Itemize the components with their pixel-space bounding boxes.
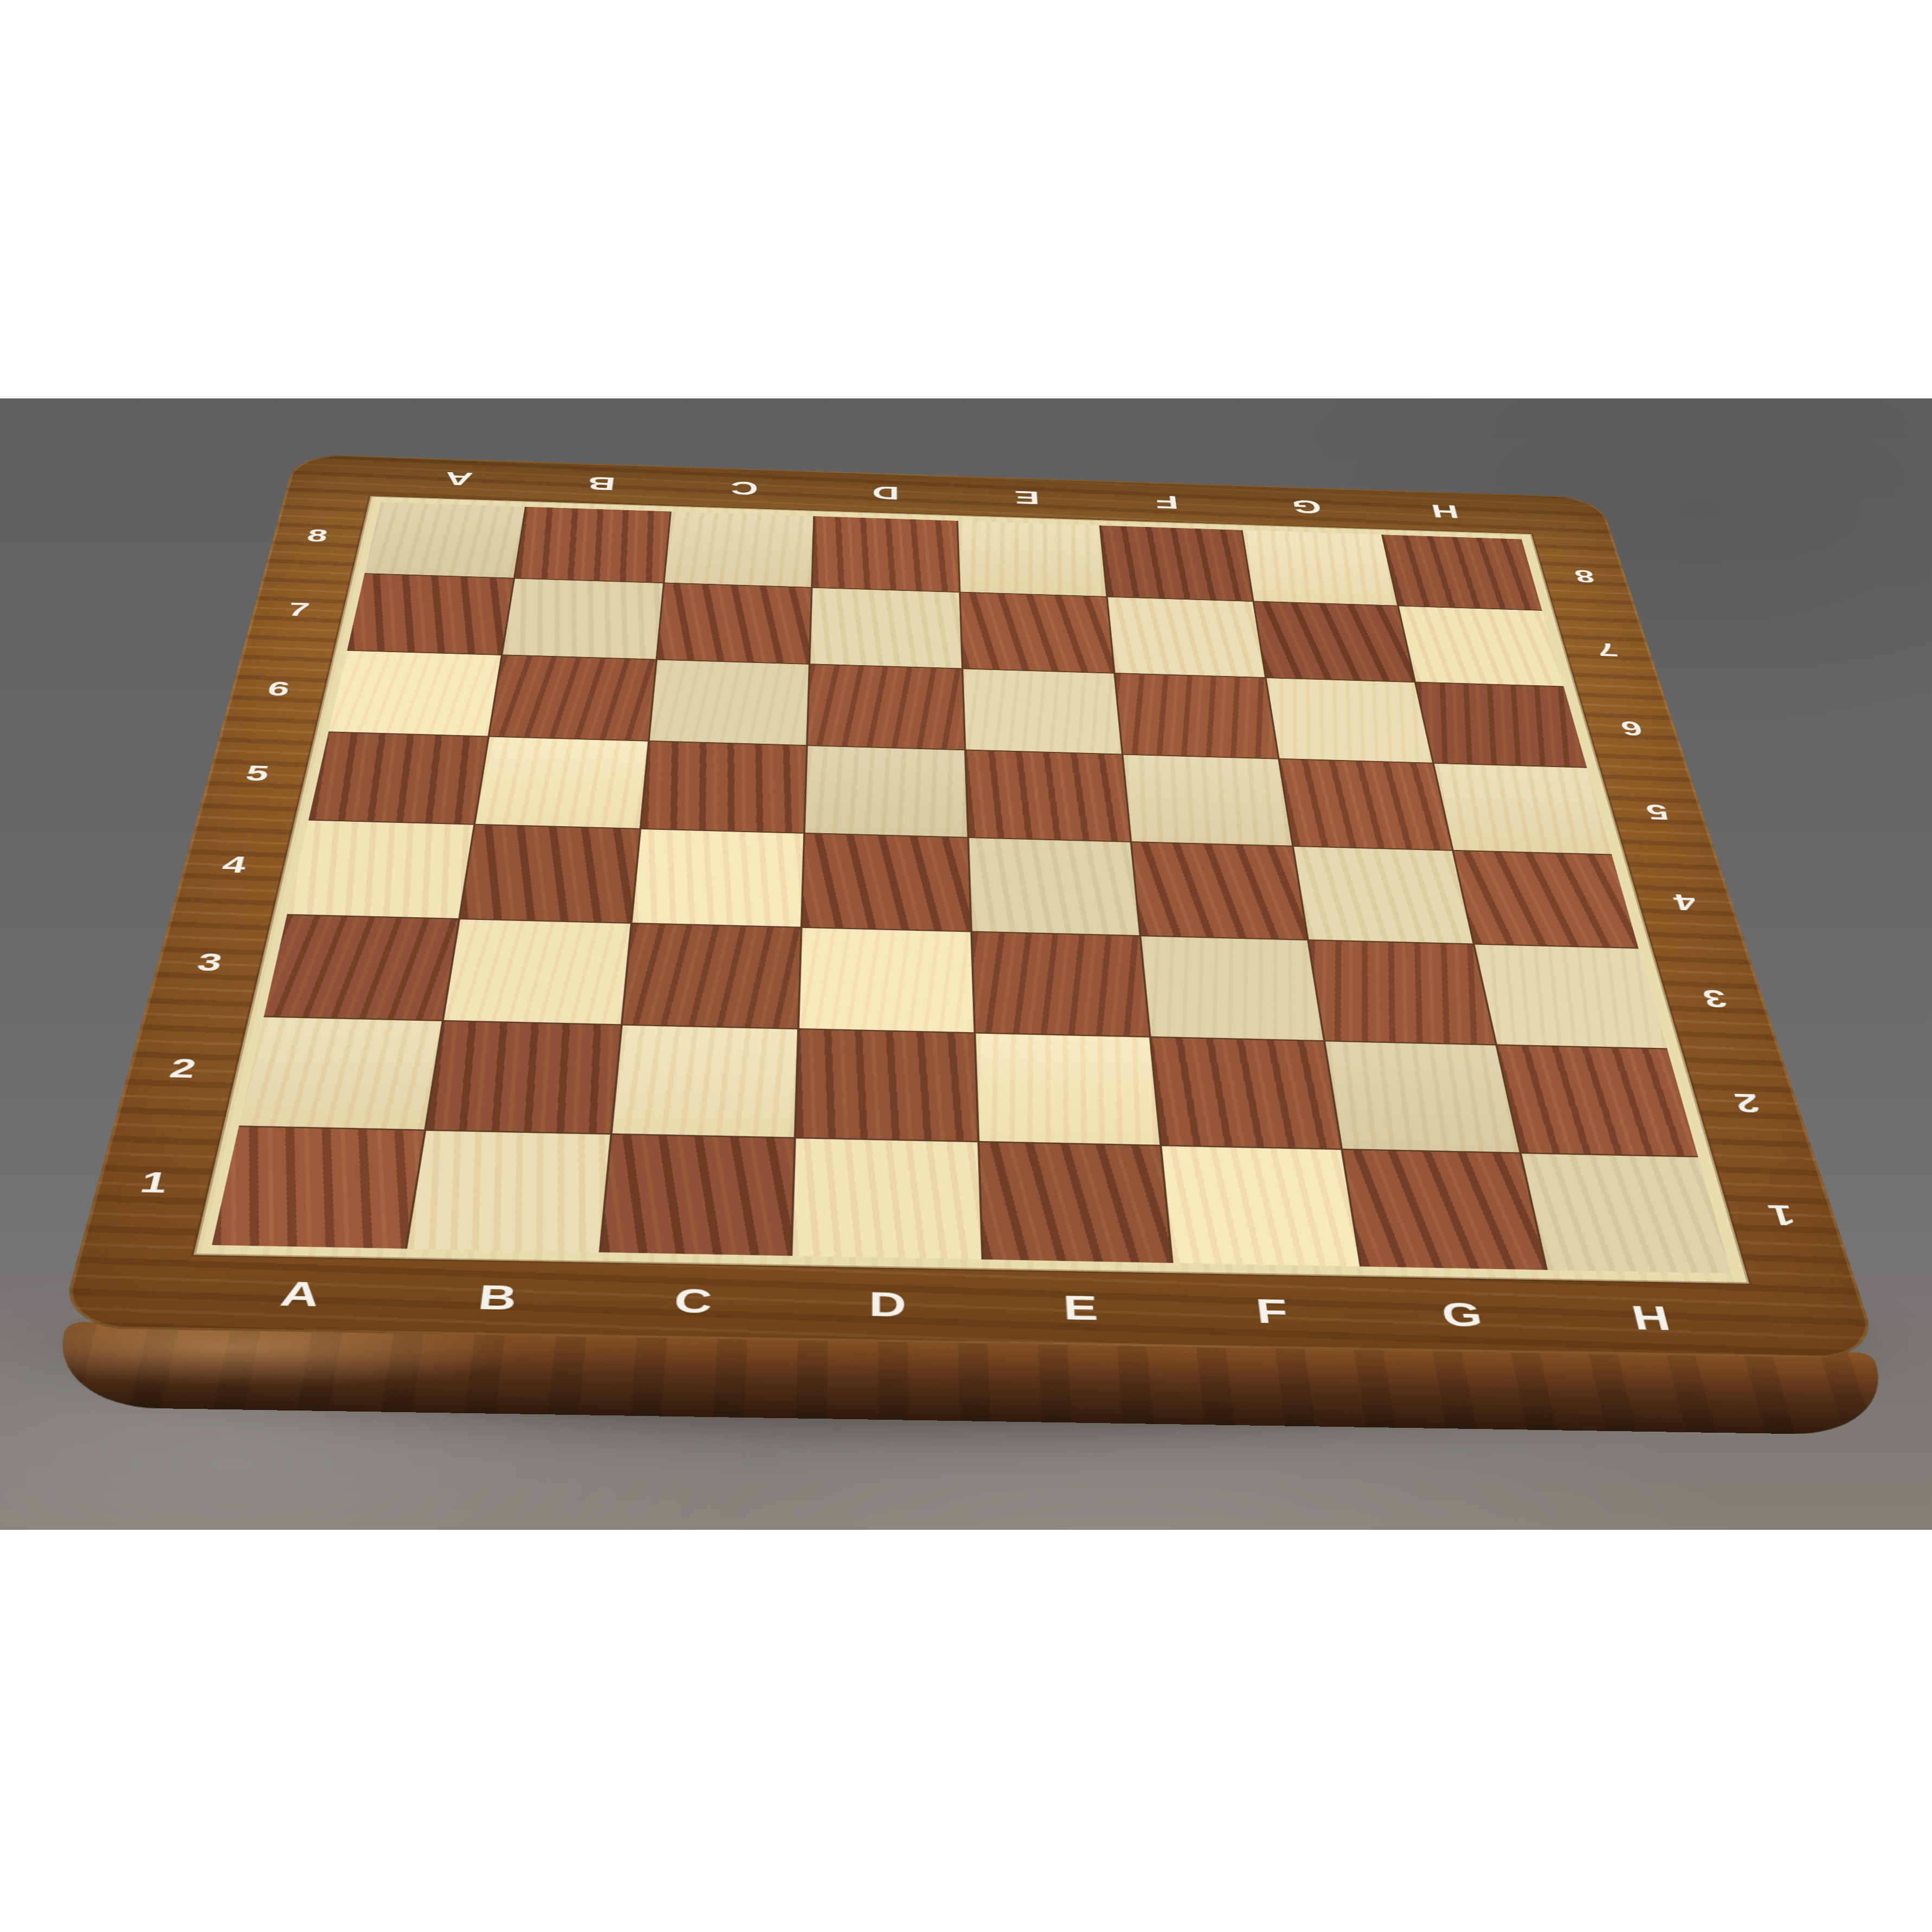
file-label-bottom-f: F [1254,1294,1290,1329]
square-h5 [1434,764,1612,854]
square-c1 [601,1135,794,1255]
square-g3 [1309,941,1496,1044]
file-label-top-c: C [730,479,758,498]
file-label-bottom-d: D [868,1287,906,1322]
square-d7 [810,588,961,668]
file-label-top-h: H [1429,502,1461,521]
square-c3 [622,924,801,1028]
square-c8 [664,512,813,587]
square-a6 [329,651,500,736]
square-e3 [973,932,1149,1036]
rank-label-right-1: 1 [1765,1201,1799,1230]
rank-label-left-4: 4 [220,853,249,877]
file-label-top-g: G [1290,497,1323,516]
square-c4 [632,829,804,927]
square-b2 [426,1021,620,1133]
square-c7 [657,583,811,664]
square-d2 [796,1029,977,1142]
square-f5 [1123,755,1291,846]
square-a7 [347,574,513,654]
square-c6 [649,660,809,745]
square-g2 [1325,1041,1519,1152]
file-label-top-f: F [1155,493,1180,512]
square-h2 [1498,1045,1698,1156]
square-b8 [515,507,669,582]
rank-label-right-4: 4 [1671,890,1700,913]
square-c2 [612,1025,798,1137]
rank-label-right-5: 5 [1644,801,1671,823]
square-d5 [806,746,967,837]
square-e6 [963,669,1121,754]
square-b1 [407,1131,610,1252]
square-h1 [1522,1154,1731,1273]
square-e1 [980,1143,1171,1263]
square-d6 [808,665,964,750]
file-label-top-e: E [1014,488,1040,507]
rank-label-right-6: 6 [1618,718,1645,738]
square-d8 [813,516,959,591]
square-h6 [1416,682,1587,767]
square-h3 [1475,944,1667,1048]
playing-field-frame [194,496,1749,1284]
square-e7 [961,593,1113,672]
square-d3 [800,928,974,1032]
square-g1 [1342,1150,1545,1270]
file-label-bottom-h: H [1628,1301,1673,1335]
rank-label-left-8: 8 [305,526,330,545]
chessboard: ABCDEFGHABCDEFGH8765432187654321 [37,454,1906,1436]
file-label-bottom-c: C [673,1284,713,1318]
rank-label-left-6: 6 [266,679,292,699]
rank-label-right-8: 8 [1572,567,1596,585]
square-b4 [460,825,639,923]
rank-label-left-1: 1 [137,1168,171,1198]
square-d1 [793,1139,981,1260]
square-f2 [1151,1037,1340,1149]
rank-label-left-5: 5 [243,763,271,785]
rank-label-left-7: 7 [286,600,311,620]
square-c5 [641,742,806,833]
file-label-bottom-g: G [1439,1297,1485,1332]
square-f1 [1162,1147,1359,1267]
rank-label-left-2: 2 [167,1055,199,1083]
square-a2 [239,1017,441,1130]
square-g7 [1254,602,1414,681]
square-h8 [1383,534,1542,610]
checkerboard-grid [212,502,1731,1273]
file-label-bottom-b: B [476,1280,518,1315]
square-g6 [1266,678,1433,763]
square-a3 [264,915,458,1020]
page-canvas: { "scene": { "description": "Perspective… [0,0,1932,1932]
square-g5 [1279,759,1452,850]
file-label-bottom-e: E [1062,1291,1099,1325]
rank-label-right-2: 2 [1731,1089,1763,1116]
square-f4 [1132,842,1306,939]
square-b6 [490,655,655,741]
square-e5 [966,751,1130,841]
square-a4 [287,821,473,918]
square-a8 [365,502,525,577]
square-e4 [969,838,1139,935]
file-label-top-d: D [872,484,900,503]
square-h7 [1399,606,1563,686]
file-label-top-b: B [587,474,616,493]
rank-label-left-3: 3 [195,950,225,975]
square-f7 [1107,597,1264,677]
square-h4 [1454,851,1638,948]
square-b7 [503,578,662,659]
rank-label-right-7: 7 [1594,640,1620,659]
square-a1 [212,1127,424,1248]
rank-label-right-3: 3 [1700,986,1730,1011]
square-a5 [308,732,487,823]
square-f3 [1141,936,1323,1040]
square-g8 [1242,530,1398,606]
square-e2 [976,1033,1160,1145]
file-label-top-a: A [443,469,474,488]
square-b3 [444,919,630,1024]
square-f6 [1115,673,1277,758]
board-wooden-border: ABCDEFGHABCDEFGH8765432187654321 [59,454,1881,1359]
square-e8 [958,521,1106,596]
square-d4 [803,834,970,931]
square-b5 [475,737,647,828]
square-f8 [1100,525,1252,601]
file-label-bottom-a: A [278,1277,323,1312]
square-g4 [1293,847,1473,943]
